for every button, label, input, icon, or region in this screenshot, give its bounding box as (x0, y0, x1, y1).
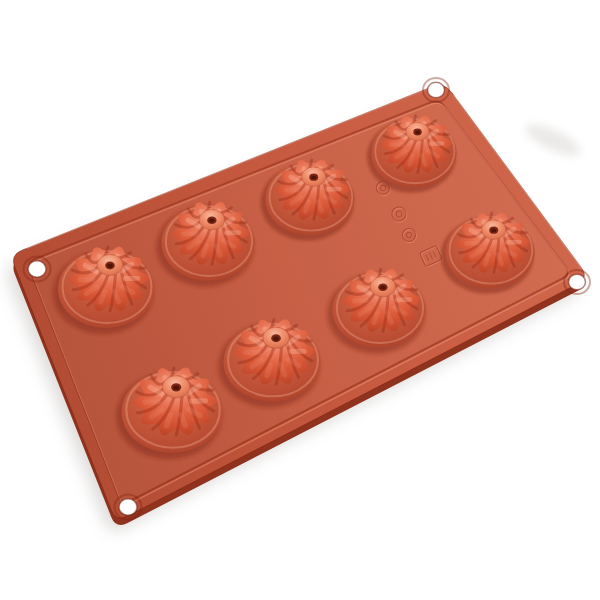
dome-hole-inner (415, 130, 420, 134)
flute-highlight (305, 202, 308, 212)
dome-hole-inner (107, 264, 113, 268)
corner-hole (428, 82, 445, 98)
flute-highlight (203, 246, 206, 256)
flute-highlight (409, 156, 412, 165)
corner-hole (28, 261, 46, 278)
background-smudge (522, 118, 585, 161)
dome-hole-inner (209, 218, 214, 222)
bundt-mold-image (0, 0, 600, 600)
product-photo: Product photo: terracotta red 8-cavity s… (0, 0, 600, 600)
corner-hole (119, 499, 137, 516)
dome-hole-inner (380, 285, 385, 289)
dome-hole-inner (311, 175, 316, 179)
flute-highlight (167, 415, 171, 426)
dome-hole-inner (491, 228, 496, 232)
dome-hole-inner (173, 385, 179, 389)
flute-highlight (485, 255, 488, 265)
corner-hole (569, 274, 586, 290)
flute-highlight (267, 365, 271, 375)
flute-highlight (101, 292, 105, 302)
flute-highlight (374, 313, 377, 323)
dome-hole-inner (273, 336, 279, 340)
